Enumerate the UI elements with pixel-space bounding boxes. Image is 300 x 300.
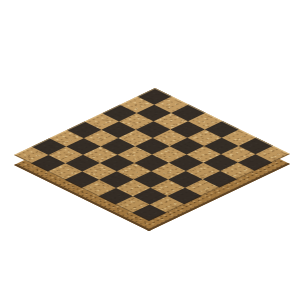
board-grid xyxy=(14,88,290,221)
chessboard xyxy=(14,88,290,221)
page: { "game": "chess", "position": "8/8/8/8/… xyxy=(0,0,300,300)
chessboard-photo xyxy=(0,0,300,300)
